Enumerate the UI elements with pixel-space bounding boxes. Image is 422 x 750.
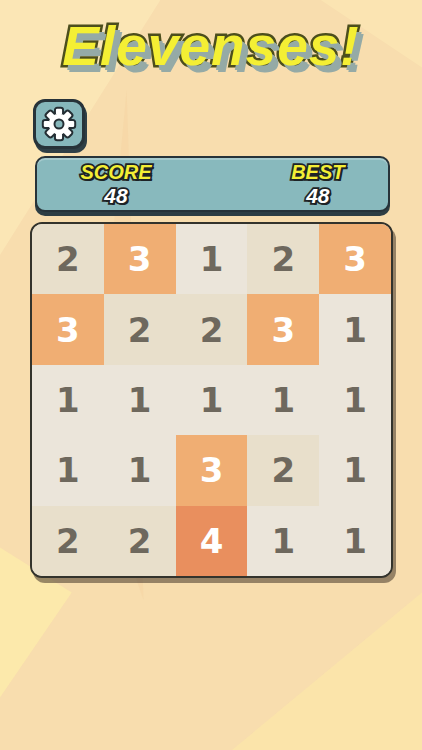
tile[interactable]: 1 (176, 365, 248, 435)
best-value: 48 (306, 184, 329, 207)
tile[interactable]: 3 (104, 224, 176, 294)
tile[interactable]: 2 (176, 294, 248, 364)
tile[interactable]: 3 (319, 224, 391, 294)
tile[interactable]: 1 (104, 365, 176, 435)
score-panel: SCORE 48 BEST 48 (35, 156, 390, 212)
game-title: Elevenses! (0, 14, 422, 78)
tile[interactable]: 3 (247, 294, 319, 364)
best-section: BEST 48 (248, 158, 388, 210)
tile[interactable]: 2 (247, 224, 319, 294)
tile[interactable]: 1 (247, 365, 319, 435)
score-value: 48 (104, 184, 127, 207)
tile[interactable]: 1 (319, 365, 391, 435)
tile[interactable]: 1 (32, 435, 104, 505)
tile[interactable]: 1 (319, 435, 391, 505)
gear-icon (41, 106, 77, 142)
tile[interactable]: 1 (176, 224, 248, 294)
tile[interactable]: 2 (104, 294, 176, 364)
board-grid: 2312332231111111132122411 (30, 222, 393, 578)
tile[interactable]: 1 (319, 294, 391, 364)
tile[interactable]: 1 (32, 365, 104, 435)
tile[interactable]: 2 (32, 224, 104, 294)
tile[interactable]: 1 (319, 506, 391, 576)
tile[interactable]: 1 (104, 435, 176, 505)
tile[interactable]: 3 (32, 294, 104, 364)
best-label: BEST (291, 161, 344, 184)
tile[interactable]: 3 (176, 435, 248, 505)
tile[interactable]: 2 (104, 506, 176, 576)
score-section: SCORE 48 (37, 158, 195, 210)
settings-button[interactable] (33, 99, 85, 149)
score-label: SCORE (80, 161, 151, 184)
tile[interactable]: 2 (32, 506, 104, 576)
tile[interactable]: 2 (247, 435, 319, 505)
tile[interactable]: 4 (176, 506, 248, 576)
tile[interactable]: 1 (247, 506, 319, 576)
